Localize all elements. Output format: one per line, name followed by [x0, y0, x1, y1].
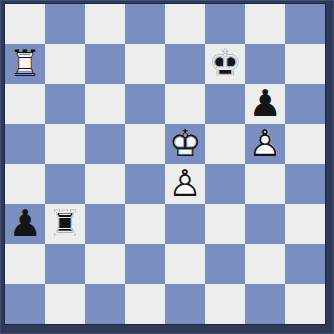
square-a1[interactable]	[5, 284, 45, 324]
chessboard: ♜♖♚♔♟♚♔♟♙♟♙♟♜♖	[5, 4, 325, 324]
white-rook-glyph-outline: ♖	[5, 44, 45, 84]
piece-white-rook: ♜♖	[5, 44, 45, 84]
square-f6[interactable]	[205, 84, 245, 124]
square-b5[interactable]	[45, 124, 85, 164]
square-d8[interactable]	[125, 4, 165, 44]
square-g7[interactable]	[245, 44, 285, 84]
piece-black-pawn: ♟	[5, 204, 45, 244]
white-pawn-glyph-outline: ♙	[165, 164, 205, 204]
square-f3[interactable]	[205, 204, 245, 244]
square-e2[interactable]	[165, 244, 205, 284]
square-f5[interactable]	[205, 124, 245, 164]
white-pawn-glyph-outline: ♙	[245, 124, 285, 164]
square-g5[interactable]: ♟♙	[245, 124, 285, 164]
square-d1[interactable]	[125, 284, 165, 324]
piece-black-king: ♚♔	[205, 44, 245, 84]
square-d4[interactable]	[125, 164, 165, 204]
square-a8[interactable]	[5, 4, 45, 44]
square-f8[interactable]	[205, 4, 245, 44]
square-h4[interactable]	[285, 164, 325, 204]
piece-black-pawn: ♟	[245, 84, 285, 124]
square-e3[interactable]	[165, 204, 205, 244]
square-e5[interactable]: ♚♔	[165, 124, 205, 164]
square-d2[interactable]	[125, 244, 165, 284]
square-h7[interactable]	[285, 44, 325, 84]
square-c8[interactable]	[85, 4, 125, 44]
square-g6[interactable]: ♟	[245, 84, 285, 124]
square-d7[interactable]	[125, 44, 165, 84]
square-c5[interactable]	[85, 124, 125, 164]
square-h8[interactable]	[285, 4, 325, 44]
square-e8[interactable]	[165, 4, 205, 44]
square-c3[interactable]	[85, 204, 125, 244]
square-f2[interactable]	[205, 244, 245, 284]
square-c6[interactable]	[85, 84, 125, 124]
piece-white-king: ♚♔	[165, 124, 205, 164]
black-pawn-glyph-fill: ♟	[245, 84, 285, 124]
square-e7[interactable]	[165, 44, 205, 84]
square-g4[interactable]	[245, 164, 285, 204]
square-d6[interactable]	[125, 84, 165, 124]
square-d3[interactable]	[125, 204, 165, 244]
white-king-glyph-outline: ♔	[165, 124, 205, 164]
square-g3[interactable]	[245, 204, 285, 244]
square-c2[interactable]	[85, 244, 125, 284]
square-h2[interactable]	[285, 244, 325, 284]
square-b3[interactable]: ♜♖	[45, 204, 85, 244]
square-d5[interactable]	[125, 124, 165, 164]
square-h1[interactable]	[285, 284, 325, 324]
square-b7[interactable]	[45, 44, 85, 84]
square-e6[interactable]	[165, 84, 205, 124]
square-g8[interactable]	[245, 4, 285, 44]
square-f1[interactable]	[205, 284, 245, 324]
square-a5[interactable]	[5, 124, 45, 164]
square-c7[interactable]	[85, 44, 125, 84]
square-a4[interactable]	[5, 164, 45, 204]
square-c4[interactable]	[85, 164, 125, 204]
black-rook-glyph-outline: ♖	[45, 204, 85, 244]
square-f7[interactable]: ♚♔	[205, 44, 245, 84]
square-f4[interactable]	[205, 164, 245, 204]
chessboard-frame: ♜♖♚♔♟♚♔♟♙♟♙♟♜♖	[0, 0, 334, 334]
black-pawn-glyph-fill: ♟	[5, 204, 45, 244]
black-king-glyph-outline: ♔	[205, 44, 245, 84]
piece-black-rook: ♜♖	[45, 204, 85, 244]
square-g2[interactable]	[245, 244, 285, 284]
square-a3[interactable]: ♟	[5, 204, 45, 244]
square-b8[interactable]	[45, 4, 85, 44]
square-h6[interactable]	[285, 84, 325, 124]
square-c1[interactable]	[85, 284, 125, 324]
square-e4[interactable]: ♟♙	[165, 164, 205, 204]
square-h5[interactable]	[285, 124, 325, 164]
square-b1[interactable]	[45, 284, 85, 324]
square-a6[interactable]	[5, 84, 45, 124]
square-a2[interactable]	[5, 244, 45, 284]
square-h3[interactable]	[285, 204, 325, 244]
square-g1[interactable]	[245, 284, 285, 324]
square-e1[interactable]	[165, 284, 205, 324]
square-b4[interactable]	[45, 164, 85, 204]
square-b2[interactable]	[45, 244, 85, 284]
square-a7[interactable]: ♜♖	[5, 44, 45, 84]
square-b6[interactable]	[45, 84, 85, 124]
piece-white-pawn: ♟♙	[165, 164, 205, 204]
piece-white-pawn: ♟♙	[245, 124, 285, 164]
